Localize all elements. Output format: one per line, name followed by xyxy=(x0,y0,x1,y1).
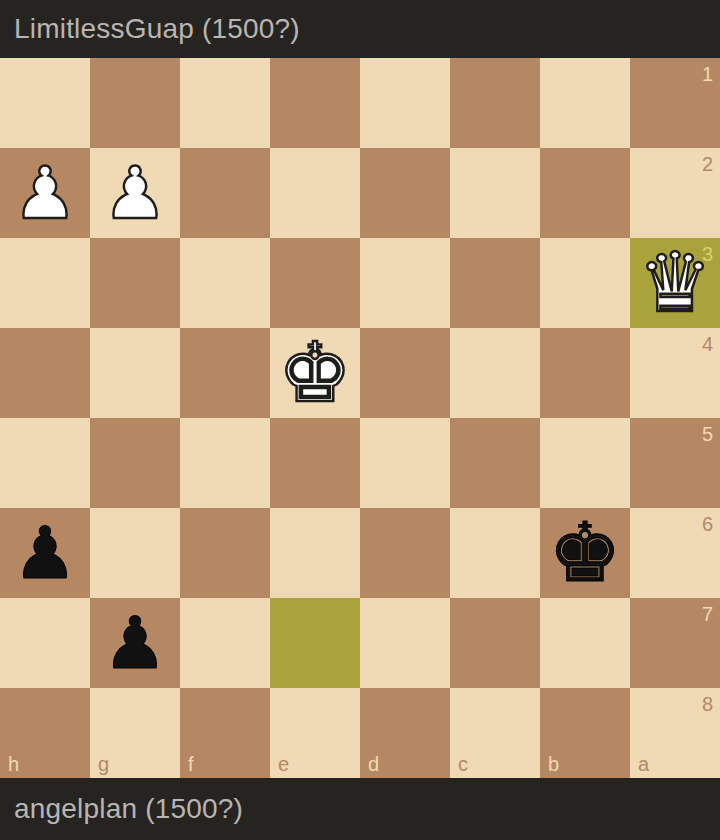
square-g4[interactable] xyxy=(90,328,180,418)
square-g5[interactable] xyxy=(90,418,180,508)
file-label-c: c xyxy=(458,754,468,774)
square-h1[interactable] xyxy=(0,58,90,148)
square-d4[interactable] xyxy=(360,328,450,418)
black-pawn[interactable]: ♟ xyxy=(90,598,180,688)
square-d5[interactable] xyxy=(360,418,450,508)
square-a2[interactable]: 2 xyxy=(630,148,720,238)
square-g7[interactable]: ♟ xyxy=(90,598,180,688)
square-e2[interactable] xyxy=(270,148,360,238)
square-g1[interactable] xyxy=(90,58,180,148)
square-a8[interactable]: 8a xyxy=(630,688,720,778)
file-label-d: d xyxy=(368,754,379,774)
square-c3[interactable] xyxy=(450,238,540,328)
square-d2[interactable] xyxy=(360,148,450,238)
bottom-player-bar: angelplan (1500?) xyxy=(0,778,720,840)
square-f1[interactable] xyxy=(180,58,270,148)
square-b8[interactable]: b xyxy=(540,688,630,778)
square-e7[interactable] xyxy=(270,598,360,688)
square-f8[interactable]: f xyxy=(180,688,270,778)
square-c4[interactable] xyxy=(450,328,540,418)
file-label-f: f xyxy=(188,754,194,774)
square-b3[interactable] xyxy=(540,238,630,328)
rank-label-2: 2 xyxy=(702,154,713,174)
square-f5[interactable] xyxy=(180,418,270,508)
square-a3[interactable]: 3♛ xyxy=(630,238,720,328)
rank-label-7: 7 xyxy=(702,604,713,624)
square-h7[interactable] xyxy=(0,598,90,688)
square-c2[interactable] xyxy=(450,148,540,238)
square-e8[interactable]: e xyxy=(270,688,360,778)
square-b2[interactable] xyxy=(540,148,630,238)
square-a5[interactable]: 5 xyxy=(630,418,720,508)
white-pawn[interactable]: ♟ xyxy=(0,148,90,238)
square-a6[interactable]: 6 xyxy=(630,508,720,598)
square-c7[interactable] xyxy=(450,598,540,688)
square-c5[interactable] xyxy=(450,418,540,508)
square-h6[interactable]: ♟ xyxy=(0,508,90,598)
square-g8[interactable]: g xyxy=(90,688,180,778)
rank-label-1: 1 xyxy=(702,64,713,84)
square-e6[interactable] xyxy=(270,508,360,598)
square-e5[interactable] xyxy=(270,418,360,508)
square-f2[interactable] xyxy=(180,148,270,238)
square-e4[interactable]: ♚ xyxy=(270,328,360,418)
square-a1[interactable]: 1 xyxy=(630,58,720,148)
square-c8[interactable]: c xyxy=(450,688,540,778)
rank-label-5: 5 xyxy=(702,424,713,444)
square-a7[interactable]: 7 xyxy=(630,598,720,688)
file-label-b: b xyxy=(548,754,559,774)
square-d8[interactable]: d xyxy=(360,688,450,778)
square-c6[interactable] xyxy=(450,508,540,598)
top-player-bar: LimitlessGuap (1500?) xyxy=(0,0,720,58)
square-e1[interactable] xyxy=(270,58,360,148)
square-b4[interactable] xyxy=(540,328,630,418)
square-h5[interactable] xyxy=(0,418,90,508)
square-c1[interactable] xyxy=(450,58,540,148)
file-label-h: h xyxy=(8,754,19,774)
file-label-e: e xyxy=(278,754,289,774)
white-king[interactable]: ♚ xyxy=(270,328,360,418)
square-f7[interactable] xyxy=(180,598,270,688)
square-b6[interactable]: ♚ xyxy=(540,508,630,598)
black-pawn[interactable]: ♟ xyxy=(0,508,90,598)
square-g3[interactable] xyxy=(90,238,180,328)
square-f4[interactable] xyxy=(180,328,270,418)
square-b5[interactable] xyxy=(540,418,630,508)
square-e3[interactable] xyxy=(270,238,360,328)
square-d6[interactable] xyxy=(360,508,450,598)
square-g2[interactable]: ♟ xyxy=(90,148,180,238)
square-h4[interactable] xyxy=(0,328,90,418)
white-pawn[interactable]: ♟ xyxy=(90,148,180,238)
top-player-name[interactable]: LimitlessGuap (1500?) xyxy=(14,13,300,45)
white-queen[interactable]: ♛ xyxy=(630,238,720,328)
square-d7[interactable] xyxy=(360,598,450,688)
rank-label-8: 8 xyxy=(702,694,713,714)
bottom-player-name[interactable]: angelplan (1500?) xyxy=(14,793,243,825)
square-f6[interactable] xyxy=(180,508,270,598)
square-b1[interactable] xyxy=(540,58,630,148)
file-label-g: g xyxy=(98,754,109,774)
square-h8[interactable]: h xyxy=(0,688,90,778)
square-a4[interactable]: 4 xyxy=(630,328,720,418)
square-g6[interactable] xyxy=(90,508,180,598)
chess-board: 1♟♟23♛♚45♟♚6♟7hgfedcb8a xyxy=(0,58,720,778)
black-king[interactable]: ♚ xyxy=(540,508,630,598)
square-d1[interactable] xyxy=(360,58,450,148)
square-b7[interactable] xyxy=(540,598,630,688)
rank-label-6: 6 xyxy=(702,514,713,534)
square-h3[interactable] xyxy=(0,238,90,328)
square-f3[interactable] xyxy=(180,238,270,328)
file-label-a: a xyxy=(638,754,649,774)
rank-label-4: 4 xyxy=(702,334,713,354)
square-d3[interactable] xyxy=(360,238,450,328)
square-h2[interactable]: ♟ xyxy=(0,148,90,238)
